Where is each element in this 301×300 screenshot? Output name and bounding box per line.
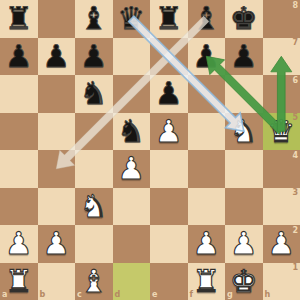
square-b5[interactable]: [38, 113, 76, 151]
square-a7[interactable]: ♟: [0, 38, 38, 76]
black-knight[interactable]: ♞: [75, 75, 113, 113]
square-g7[interactable]: ♟: [225, 38, 263, 76]
square-g2[interactable]: ♟: [225, 225, 263, 263]
square-d8[interactable]: ♛: [113, 0, 151, 38]
black-bishop[interactable]: ♝: [75, 0, 113, 38]
white-pawn[interactable]: ♟: [38, 225, 76, 263]
black-pawn[interactable]: ♟: [75, 38, 113, 76]
square-h3[interactable]: 3: [263, 188, 301, 226]
white-knight[interactable]: ♞: [225, 113, 263, 151]
square-e4[interactable]: [150, 150, 188, 188]
file-label-h: h: [265, 291, 271, 299]
square-d7[interactable]: [113, 38, 151, 76]
square-c7[interactable]: ♟: [75, 38, 113, 76]
square-b3[interactable]: [38, 188, 76, 226]
white-knight[interactable]: ♞: [75, 188, 113, 226]
black-pawn[interactable]: ♟: [225, 38, 263, 76]
white-bishop[interactable]: ♝: [75, 263, 113, 300]
square-c8[interactable]: ♝: [75, 0, 113, 38]
square-f3[interactable]: [188, 188, 226, 226]
square-h5[interactable]: ♛5: [263, 113, 301, 151]
square-d2[interactable]: [113, 225, 151, 263]
square-d3[interactable]: [113, 188, 151, 226]
black-bishop[interactable]: ♝: [188, 0, 226, 38]
square-a3[interactable]: [0, 188, 38, 226]
square-e2[interactable]: [150, 225, 188, 263]
rank-label-6: 6: [292, 77, 298, 85]
square-c6[interactable]: ♞: [75, 75, 113, 113]
square-h7[interactable]: 7: [263, 38, 301, 76]
rank-label-8: 8: [292, 2, 298, 10]
black-pawn[interactable]: ♟: [0, 38, 38, 76]
black-pawn[interactable]: ♟: [188, 38, 226, 76]
black-king[interactable]: ♚: [225, 0, 263, 38]
square-f4[interactable]: [188, 150, 226, 188]
square-h6[interactable]: 6: [263, 75, 301, 113]
square-c2[interactable]: [75, 225, 113, 263]
square-a2[interactable]: ♟: [0, 225, 38, 263]
white-king[interactable]: ♚: [225, 263, 263, 300]
square-b6[interactable]: [38, 75, 76, 113]
square-b2[interactable]: ♟: [38, 225, 76, 263]
square-c1[interactable]: ♝c: [75, 263, 113, 300]
rank-label-3: 3: [292, 189, 298, 197]
square-h2[interactable]: ♟2: [263, 225, 301, 263]
square-a1[interactable]: ♜a: [0, 263, 38, 300]
square-c5[interactable]: [75, 113, 113, 151]
square-g6[interactable]: [225, 75, 263, 113]
square-g5[interactable]: ♞: [225, 113, 263, 151]
square-c4[interactable]: [75, 150, 113, 188]
square-a6[interactable]: [0, 75, 38, 113]
square-b7[interactable]: ♟: [38, 38, 76, 76]
square-g4[interactable]: [225, 150, 263, 188]
square-b8[interactable]: [38, 0, 76, 38]
square-d1[interactable]: d: [113, 263, 151, 300]
black-knight[interactable]: ♞: [113, 113, 151, 151]
file-label-d: d: [115, 291, 121, 299]
white-queen[interactable]: ♛: [263, 113, 301, 151]
black-queen[interactable]: ♛: [113, 0, 151, 38]
square-b1[interactable]: b: [38, 263, 76, 300]
white-pawn[interactable]: ♟: [0, 225, 38, 263]
square-f2[interactable]: ♟: [188, 225, 226, 263]
board-grid: ♜♝♛♜♝♚8♟♟♟♟♟7♞♟6♞♟♞♛5♟4♞3♟♟♟♟♟2♜ab♝cde♜f…: [0, 0, 300, 300]
square-e8[interactable]: ♜: [150, 0, 188, 38]
white-rook[interactable]: ♜: [188, 263, 226, 300]
white-pawn[interactable]: ♟: [263, 225, 301, 263]
square-b4[interactable]: [38, 150, 76, 188]
square-f5[interactable]: [188, 113, 226, 151]
rank-label-7: 7: [292, 39, 298, 47]
square-d6[interactable]: [113, 75, 151, 113]
square-d4[interactable]: ♟: [113, 150, 151, 188]
square-f7[interactable]: ♟: [188, 38, 226, 76]
square-e7[interactable]: [150, 38, 188, 76]
square-h4[interactable]: 4: [263, 150, 301, 188]
chess-board-app: ♜♝♛♜♝♚8♟♟♟♟♟7♞♟6♞♟♞♛5♟4♞3♟♟♟♟♟2♜ab♝cde♜f…: [0, 0, 300, 300]
square-a4[interactable]: [0, 150, 38, 188]
square-f1[interactable]: ♜f: [188, 263, 226, 300]
black-rook[interactable]: ♜: [0, 0, 38, 38]
black-pawn[interactable]: ♟: [38, 38, 76, 76]
square-e3[interactable]: [150, 188, 188, 226]
black-pawn[interactable]: ♟: [150, 75, 188, 113]
rank-label-1: 1: [292, 264, 298, 272]
rank-label-4: 4: [292, 152, 298, 160]
square-g3[interactable]: [225, 188, 263, 226]
white-pawn[interactable]: ♟: [113, 150, 151, 188]
file-label-e: e: [152, 291, 157, 299]
square-e5[interactable]: ♟: [150, 113, 188, 151]
square-f8[interactable]: ♝: [188, 0, 226, 38]
file-label-b: b: [40, 291, 46, 299]
black-rook[interactable]: ♜: [150, 0, 188, 38]
square-e1[interactable]: e: [150, 263, 188, 300]
square-g8[interactable]: ♚: [225, 0, 263, 38]
square-d5[interactable]: ♞: [113, 113, 151, 151]
square-h8[interactable]: 8: [263, 0, 301, 38]
square-e6[interactable]: ♟: [150, 75, 188, 113]
square-g1[interactable]: ♚g: [225, 263, 263, 300]
white-pawn[interactable]: ♟: [188, 225, 226, 263]
square-a5[interactable]: [0, 113, 38, 151]
square-h1[interactable]: 1h: [263, 263, 301, 300]
square-f6[interactable]: [188, 75, 226, 113]
white-pawn[interactable]: ♟: [225, 225, 263, 263]
square-c3[interactable]: ♞: [75, 188, 113, 226]
white-pawn[interactable]: ♟: [150, 113, 188, 151]
square-a8[interactable]: ♜: [0, 0, 38, 38]
white-rook[interactable]: ♜: [0, 263, 38, 300]
